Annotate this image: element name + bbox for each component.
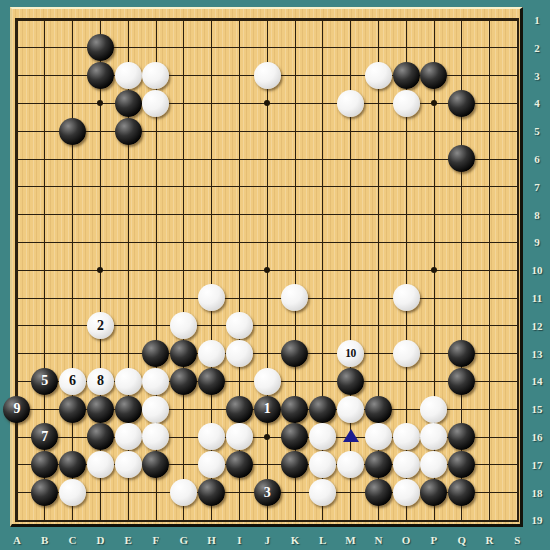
white-stone-C14[interactable]: 6 [59,368,86,395]
point-N4[interactable] [364,89,392,117]
point-G5[interactable] [170,117,198,145]
point-O2[interactable] [392,34,420,62]
point-C16[interactable] [59,423,87,451]
point-G11[interactable] [170,284,198,312]
white-stone-J3[interactable] [254,62,281,89]
point-H15[interactable] [198,395,226,423]
point-H12[interactable] [198,312,226,340]
point-A7[interactable] [3,173,31,201]
point-K16[interactable] [281,423,309,451]
point-L17[interactable] [309,451,337,479]
point-M9[interactable] [337,228,365,256]
point-O3[interactable] [392,62,420,90]
black-stone-D2[interactable] [87,34,114,61]
point-E1[interactable] [114,6,142,34]
point-O6[interactable] [392,145,420,173]
black-stone-K17[interactable] [281,451,308,478]
point-D5[interactable] [86,117,114,145]
point-O8[interactable] [392,201,420,229]
white-stone-H16[interactable] [198,423,225,450]
black-stone-B18[interactable] [31,479,58,506]
point-K2[interactable] [281,34,309,62]
point-Q8[interactable] [448,201,476,229]
point-H14[interactable] [198,367,226,395]
point-A16[interactable] [3,423,31,451]
point-N12[interactable] [364,312,392,340]
black-stone-P18[interactable] [420,479,447,506]
point-M5[interactable] [337,117,365,145]
point-P11[interactable] [420,284,448,312]
point-Q13[interactable] [448,340,476,368]
point-R17[interactable] [476,451,504,479]
point-Q7[interactable] [448,173,476,201]
point-P18[interactable] [420,479,448,507]
point-A13[interactable] [3,340,31,368]
black-stone-D3[interactable] [87,62,114,89]
point-D7[interactable] [86,173,114,201]
point-H4[interactable] [198,89,226,117]
black-stone-J18[interactable]: 3 [254,479,281,506]
point-P12[interactable] [420,312,448,340]
point-L18[interactable] [309,479,337,507]
point-L3[interactable] [309,62,337,90]
point-K10[interactable] [281,256,309,284]
point-E9[interactable] [114,228,142,256]
point-E14[interactable] [114,367,142,395]
point-J9[interactable] [253,228,281,256]
black-stone-G13[interactable] [170,340,197,367]
point-D3[interactable] [86,62,114,90]
point-Q4[interactable] [448,89,476,117]
point-O11[interactable] [392,284,420,312]
point-G18[interactable] [170,479,198,507]
point-J7[interactable] [253,173,281,201]
point-E6[interactable] [114,145,142,173]
white-stone-O18[interactable] [393,479,420,506]
white-stone-E17[interactable] [115,451,142,478]
point-M7[interactable] [337,173,365,201]
white-stone-M17[interactable] [337,451,364,478]
point-K5[interactable] [281,117,309,145]
point-J18[interactable]: 3 [253,479,281,507]
point-B10[interactable] [31,256,59,284]
point-N11[interactable] [364,284,392,312]
point-H8[interactable] [198,201,226,229]
point-B12[interactable] [31,312,59,340]
point-J16[interactable] [253,423,281,451]
point-N2[interactable] [364,34,392,62]
point-G9[interactable] [170,228,198,256]
point-D9[interactable] [86,228,114,256]
point-H6[interactable] [198,145,226,173]
point-K6[interactable] [281,145,309,173]
point-I4[interactable] [225,89,253,117]
point-L12[interactable] [309,312,337,340]
point-B4[interactable] [31,89,59,117]
point-M17[interactable] [337,451,365,479]
white-stone-M15[interactable] [337,396,364,423]
white-stone-O4[interactable] [393,90,420,117]
point-E16[interactable] [114,423,142,451]
black-stone-J15[interactable]: 1 [254,396,281,423]
point-O7[interactable] [392,173,420,201]
point-B15[interactable] [31,395,59,423]
point-J13[interactable] [253,340,281,368]
point-C3[interactable] [59,62,87,90]
point-J4[interactable] [253,89,281,117]
point-E11[interactable] [114,284,142,312]
point-H2[interactable] [198,34,226,62]
point-F6[interactable] [142,145,170,173]
point-I3[interactable] [225,62,253,90]
black-stone-C17[interactable] [59,451,86,478]
white-stone-H11[interactable] [198,284,225,311]
point-F13[interactable] [142,340,170,368]
white-stone-O11[interactable] [393,284,420,311]
point-G6[interactable] [170,145,198,173]
point-I8[interactable] [225,201,253,229]
point-P8[interactable] [420,201,448,229]
point-R18[interactable] [476,479,504,507]
black-stone-C15[interactable] [59,396,86,423]
point-H13[interactable] [198,340,226,368]
point-L10[interactable] [309,256,337,284]
black-stone-N18[interactable] [365,479,392,506]
point-O10[interactable] [392,256,420,284]
point-B18[interactable] [31,479,59,507]
point-B9[interactable] [31,228,59,256]
point-A14[interactable] [3,367,31,395]
point-P15[interactable] [420,395,448,423]
point-K4[interactable] [281,89,309,117]
point-O18[interactable] [392,479,420,507]
point-I13[interactable] [225,340,253,368]
point-K7[interactable] [281,173,309,201]
black-stone-F17[interactable] [142,451,169,478]
white-stone-I13[interactable] [226,340,253,367]
point-C2[interactable] [59,34,87,62]
point-H10[interactable] [198,256,226,284]
point-G1[interactable] [170,6,198,34]
point-G15[interactable] [170,395,198,423]
point-I5[interactable] [225,117,253,145]
point-J17[interactable] [253,451,281,479]
point-I18[interactable] [225,479,253,507]
point-G10[interactable] [170,256,198,284]
point-N15[interactable] [364,395,392,423]
point-P1[interactable] [420,6,448,34]
point-R15[interactable] [476,395,504,423]
point-M16[interactable] [337,423,365,451]
point-P6[interactable] [420,145,448,173]
point-L4[interactable] [309,89,337,117]
point-B5[interactable] [31,117,59,145]
white-stone-L17[interactable] [309,451,336,478]
point-K15[interactable] [281,395,309,423]
point-K3[interactable] [281,62,309,90]
point-A3[interactable] [3,62,31,90]
point-R12[interactable] [476,312,504,340]
point-D1[interactable] [86,6,114,34]
black-stone-Q17[interactable] [448,451,475,478]
point-E15[interactable] [114,395,142,423]
point-G12[interactable] [170,312,198,340]
black-stone-N15[interactable] [365,396,392,423]
point-H11[interactable] [198,284,226,312]
black-stone-F13[interactable] [142,340,169,367]
point-P10[interactable] [420,256,448,284]
point-L15[interactable] [309,395,337,423]
point-K8[interactable] [281,201,309,229]
point-C11[interactable] [59,284,87,312]
point-F14[interactable] [142,367,170,395]
point-F2[interactable] [142,34,170,62]
black-stone-I17[interactable] [226,451,253,478]
white-stone-F16[interactable] [142,423,169,450]
white-stone-M13[interactable]: 10 [337,340,364,367]
point-N6[interactable] [364,145,392,173]
point-K11[interactable] [281,284,309,312]
point-N18[interactable] [364,479,392,507]
black-stone-Q13[interactable] [448,340,475,367]
point-J6[interactable] [253,145,281,173]
black-stone-N17[interactable] [365,451,392,478]
point-R11[interactable] [476,284,504,312]
white-stone-F4[interactable] [142,90,169,117]
black-stone-K13[interactable] [281,340,308,367]
point-E8[interactable] [114,201,142,229]
white-stone-K11[interactable] [281,284,308,311]
point-E13[interactable] [114,340,142,368]
black-stone-D16[interactable] [87,423,114,450]
white-stone-D12[interactable]: 2 [87,312,114,339]
black-stone-C5[interactable] [59,118,86,145]
point-P9[interactable] [420,228,448,256]
point-K1[interactable] [281,6,309,34]
black-stone-Q4[interactable] [448,90,475,117]
black-stone-I15[interactable] [226,396,253,423]
point-Q17[interactable] [448,451,476,479]
point-R13[interactable] [476,340,504,368]
white-stone-G18[interactable] [170,479,197,506]
white-stone-H17[interactable] [198,451,225,478]
point-N16[interactable] [364,423,392,451]
point-L2[interactable] [309,34,337,62]
point-F8[interactable] [142,201,170,229]
black-stone-A15[interactable]: 9 [3,396,30,423]
black-stone-B14[interactable]: 5 [31,368,58,395]
point-N9[interactable] [364,228,392,256]
point-L13[interactable] [309,340,337,368]
point-O9[interactable] [392,228,420,256]
point-P3[interactable] [420,62,448,90]
point-M14[interactable] [337,367,365,395]
white-stone-N3[interactable] [365,62,392,89]
black-stone-B17[interactable] [31,451,58,478]
point-E12[interactable] [114,312,142,340]
point-F7[interactable] [142,173,170,201]
point-D14[interactable]: 8 [86,367,114,395]
point-J5[interactable] [253,117,281,145]
point-K17[interactable] [281,451,309,479]
point-E18[interactable] [114,479,142,507]
point-G13[interactable] [170,340,198,368]
point-I12[interactable] [225,312,253,340]
point-M12[interactable] [337,312,365,340]
point-R5[interactable] [476,117,504,145]
point-N8[interactable] [364,201,392,229]
black-stone-Q16[interactable] [448,423,475,450]
point-D4[interactable] [86,89,114,117]
point-M4[interactable] [337,89,365,117]
point-P14[interactable] [420,367,448,395]
point-E10[interactable] [114,256,142,284]
point-A9[interactable] [3,228,31,256]
white-stone-E16[interactable] [115,423,142,450]
point-D15[interactable] [86,395,114,423]
point-D11[interactable] [86,284,114,312]
point-O1[interactable] [392,6,420,34]
point-L5[interactable] [309,117,337,145]
point-J11[interactable] [253,284,281,312]
black-stone-B16[interactable]: 7 [31,423,58,450]
point-I9[interactable] [225,228,253,256]
point-M13[interactable]: 10 [337,340,365,368]
point-K9[interactable] [281,228,309,256]
white-stone-M4[interactable] [337,90,364,117]
point-I6[interactable] [225,145,253,173]
point-O17[interactable] [392,451,420,479]
point-A1[interactable] [3,6,31,34]
point-Q18[interactable] [448,479,476,507]
point-G17[interactable] [170,451,198,479]
point-R16[interactable] [476,423,504,451]
point-Q2[interactable] [448,34,476,62]
point-L1[interactable] [309,6,337,34]
white-stone-E3[interactable] [115,62,142,89]
point-P13[interactable] [420,340,448,368]
white-stone-O13[interactable] [393,340,420,367]
point-M2[interactable] [337,34,365,62]
black-stone-H14[interactable] [198,368,225,395]
point-D13[interactable] [86,340,114,368]
point-F10[interactable] [142,256,170,284]
point-Q1[interactable] [448,6,476,34]
point-P2[interactable] [420,34,448,62]
point-R9[interactable] [476,228,504,256]
point-D8[interactable] [86,201,114,229]
point-O12[interactable] [392,312,420,340]
point-A18[interactable] [3,479,31,507]
white-stone-C18[interactable] [59,479,86,506]
point-H9[interactable] [198,228,226,256]
point-D17[interactable] [86,451,114,479]
point-Q10[interactable] [448,256,476,284]
point-R14[interactable] [476,367,504,395]
point-F16[interactable] [142,423,170,451]
point-A12[interactable] [3,312,31,340]
point-I1[interactable] [225,6,253,34]
point-D18[interactable] [86,479,114,507]
point-J10[interactable] [253,256,281,284]
point-B6[interactable] [31,145,59,173]
point-J12[interactable] [253,312,281,340]
point-H18[interactable] [198,479,226,507]
point-Q11[interactable] [448,284,476,312]
point-I15[interactable] [225,395,253,423]
point-I2[interactable] [225,34,253,62]
point-A15[interactable]: 9 [3,395,31,423]
black-stone-L15[interactable] [309,396,336,423]
point-F1[interactable] [142,6,170,34]
white-stone-L18[interactable] [309,479,336,506]
point-I11[interactable] [225,284,253,312]
point-F17[interactable] [142,451,170,479]
point-Q9[interactable] [448,228,476,256]
point-C1[interactable] [59,6,87,34]
point-Q15[interactable] [448,395,476,423]
point-Q14[interactable] [448,367,476,395]
point-C7[interactable] [59,173,87,201]
point-G8[interactable] [170,201,198,229]
point-E2[interactable] [114,34,142,62]
point-E5[interactable] [114,117,142,145]
white-stone-F14[interactable] [142,368,169,395]
point-B2[interactable] [31,34,59,62]
point-H1[interactable] [198,6,226,34]
point-O15[interactable] [392,395,420,423]
point-H7[interactable] [198,173,226,201]
white-stone-H13[interactable] [198,340,225,367]
point-G3[interactable] [170,62,198,90]
point-J15[interactable]: 1 [253,395,281,423]
point-L7[interactable] [309,173,337,201]
point-G16[interactable] [170,423,198,451]
point-N10[interactable] [364,256,392,284]
point-A4[interactable] [3,89,31,117]
point-F9[interactable] [142,228,170,256]
point-O13[interactable] [392,340,420,368]
point-E17[interactable] [114,451,142,479]
point-F5[interactable] [142,117,170,145]
point-Q12[interactable] [448,312,476,340]
point-P5[interactable] [420,117,448,145]
point-R4[interactable] [476,89,504,117]
point-C12[interactable] [59,312,87,340]
white-stone-D14[interactable]: 8 [87,368,114,395]
point-I7[interactable] [225,173,253,201]
point-A5[interactable] [3,117,31,145]
point-G7[interactable] [170,173,198,201]
white-stone-L16[interactable] [309,423,336,450]
black-stone-E15[interactable] [115,396,142,423]
point-Q6[interactable] [448,145,476,173]
point-I14[interactable] [225,367,253,395]
point-A8[interactable] [3,201,31,229]
point-C13[interactable] [59,340,87,368]
point-M3[interactable] [337,62,365,90]
point-N3[interactable] [364,62,392,90]
black-stone-G14[interactable] [170,368,197,395]
white-stone-O17[interactable] [393,451,420,478]
point-E3[interactable] [114,62,142,90]
point-A11[interactable] [3,284,31,312]
point-B17[interactable] [31,451,59,479]
white-stone-F15[interactable] [142,396,169,423]
point-E7[interactable] [114,173,142,201]
point-A6[interactable] [3,145,31,173]
point-D2[interactable] [86,34,114,62]
